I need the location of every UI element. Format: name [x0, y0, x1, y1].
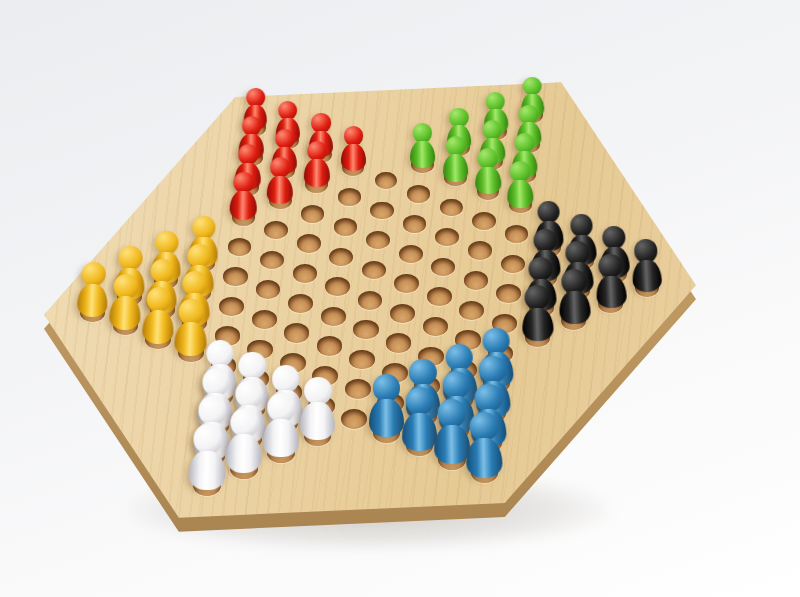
peg-head [409, 359, 437, 387]
board-hole[interactable] [284, 323, 309, 343]
board-hole[interactable] [288, 294, 313, 313]
product-photo-stage [0, 0, 800, 597]
board-hole[interactable] [496, 284, 521, 303]
board-hole[interactable] [264, 221, 288, 239]
peg-body [369, 399, 404, 437]
peg-head [270, 157, 291, 178]
board-hole[interactable] [394, 274, 419, 293]
peg-head [118, 246, 143, 271]
board-hole[interactable] [370, 202, 393, 220]
board-hole[interactable] [407, 185, 430, 203]
peg-head [237, 144, 258, 165]
board-hole[interactable] [472, 212, 495, 230]
board-hole[interactable] [334, 218, 358, 236]
peg-head [81, 261, 106, 286]
peg-head [187, 243, 211, 267]
board-hole[interactable] [325, 277, 350, 296]
peg-body [558, 291, 590, 325]
peg-body [521, 307, 553, 342]
peg-head [514, 132, 535, 153]
peg-head [518, 104, 538, 124]
board-hole[interactable] [301, 205, 324, 223]
board-hole[interactable] [358, 291, 383, 310]
peg-yellow[interactable] [76, 261, 109, 317]
peg-body [507, 179, 534, 208]
peg-head [528, 256, 553, 281]
peg-body [174, 322, 207, 357]
peg-body [76, 283, 108, 317]
peg-black[interactable] [631, 238, 663, 292]
peg-black[interactable] [558, 269, 591, 325]
peg-head [483, 328, 510, 355]
peg-head [274, 129, 294, 149]
peg-black[interactable] [521, 284, 554, 341]
peg-head [569, 213, 593, 237]
peg-head [509, 160, 531, 182]
peg-head [267, 392, 296, 421]
peg-body [466, 438, 503, 478]
peg-head [239, 352, 267, 380]
board-hole[interactable] [427, 287, 452, 306]
peg-red[interactable] [267, 157, 294, 204]
board-hole[interactable] [353, 320, 378, 339]
board-hole[interactable] [386, 333, 412, 353]
peg-body [595, 275, 626, 309]
peg-white[interactable] [188, 423, 227, 490]
board-hole[interactable] [403, 215, 426, 233]
peg-head [524, 284, 550, 310]
peg-head [482, 120, 502, 140]
board-hole[interactable] [252, 310, 277, 329]
board-hole[interactable] [390, 304, 415, 323]
peg-white[interactable] [262, 392, 299, 457]
peg-head [412, 123, 432, 143]
peg-green[interactable] [475, 148, 502, 195]
peg-head [146, 286, 172, 312]
peg-head [206, 339, 233, 366]
peg-head [271, 365, 299, 393]
peg-black[interactable] [594, 253, 626, 308]
peg-body [341, 144, 366, 171]
peg-body [188, 450, 226, 491]
board-hole[interactable] [501, 255, 525, 274]
peg-head [303, 377, 331, 405]
peg-body [410, 141, 435, 168]
peg-green[interactable] [507, 160, 535, 208]
peg-body [141, 309, 174, 344]
peg-head [474, 384, 503, 413]
peg-body [443, 154, 469, 182]
peg-body [267, 175, 294, 204]
peg-head [446, 343, 473, 370]
peg-blue[interactable] [466, 412, 504, 478]
peg-body [262, 418, 298, 457]
peg-head [469, 412, 499, 442]
peg-head [523, 76, 542, 95]
peg-head [150, 258, 175, 283]
peg-head [597, 253, 622, 278]
board-hole[interactable] [293, 264, 317, 283]
board-hole[interactable] [297, 234, 321, 252]
peg-head [191, 215, 214, 238]
peg-head [634, 238, 659, 263]
peg-head [343, 126, 363, 146]
board-hole[interactable] [321, 307, 346, 326]
peg-body [300, 402, 335, 440]
peg-head [230, 408, 260, 438]
peg-head [405, 387, 434, 416]
peg-body [632, 259, 663, 292]
peg-red[interactable] [341, 126, 366, 171]
peg-body [304, 160, 330, 188]
board-hole[interactable] [223, 267, 247, 286]
peg-head [449, 107, 469, 127]
peg-yellow[interactable] [141, 286, 174, 344]
peg-blue[interactable] [369, 374, 404, 437]
peg-red[interactable] [304, 141, 330, 187]
peg-head [533, 229, 557, 253]
peg-white[interactable] [225, 408, 263, 474]
board-hole[interactable] [219, 297, 244, 316]
peg-body [109, 296, 141, 331]
peg-head [437, 399, 466, 428]
peg-head [445, 135, 465, 155]
board-hole[interactable] [228, 238, 252, 256]
board-hole[interactable] [317, 336, 343, 356]
peg-body [225, 434, 262, 474]
peg-green[interactable] [410, 123, 435, 168]
peg-body [475, 166, 501, 194]
peg-green[interactable] [442, 135, 468, 181]
board-hole[interactable] [338, 188, 361, 206]
peg-head [197, 395, 226, 424]
peg-head [478, 356, 506, 384]
board-hole[interactable] [260, 251, 284, 270]
board-hole[interactable] [399, 245, 423, 263]
board-hole[interactable] [464, 271, 488, 290]
board-hole[interactable] [440, 199, 463, 217]
peg-red[interactable] [230, 172, 258, 221]
peg-body [402, 412, 438, 450]
peg-body [230, 191, 257, 220]
peg-white[interactable] [300, 377, 336, 440]
peg-head [202, 367, 230, 395]
peg-head [234, 380, 263, 409]
peg-head [477, 148, 498, 169]
peg-head [193, 423, 223, 453]
peg-blue[interactable] [401, 387, 437, 451]
board-hole[interactable] [459, 301, 484, 320]
peg-head [279, 101, 298, 120]
peg-yellow[interactable] [109, 274, 142, 331]
board-hole[interactable] [468, 241, 492, 259]
